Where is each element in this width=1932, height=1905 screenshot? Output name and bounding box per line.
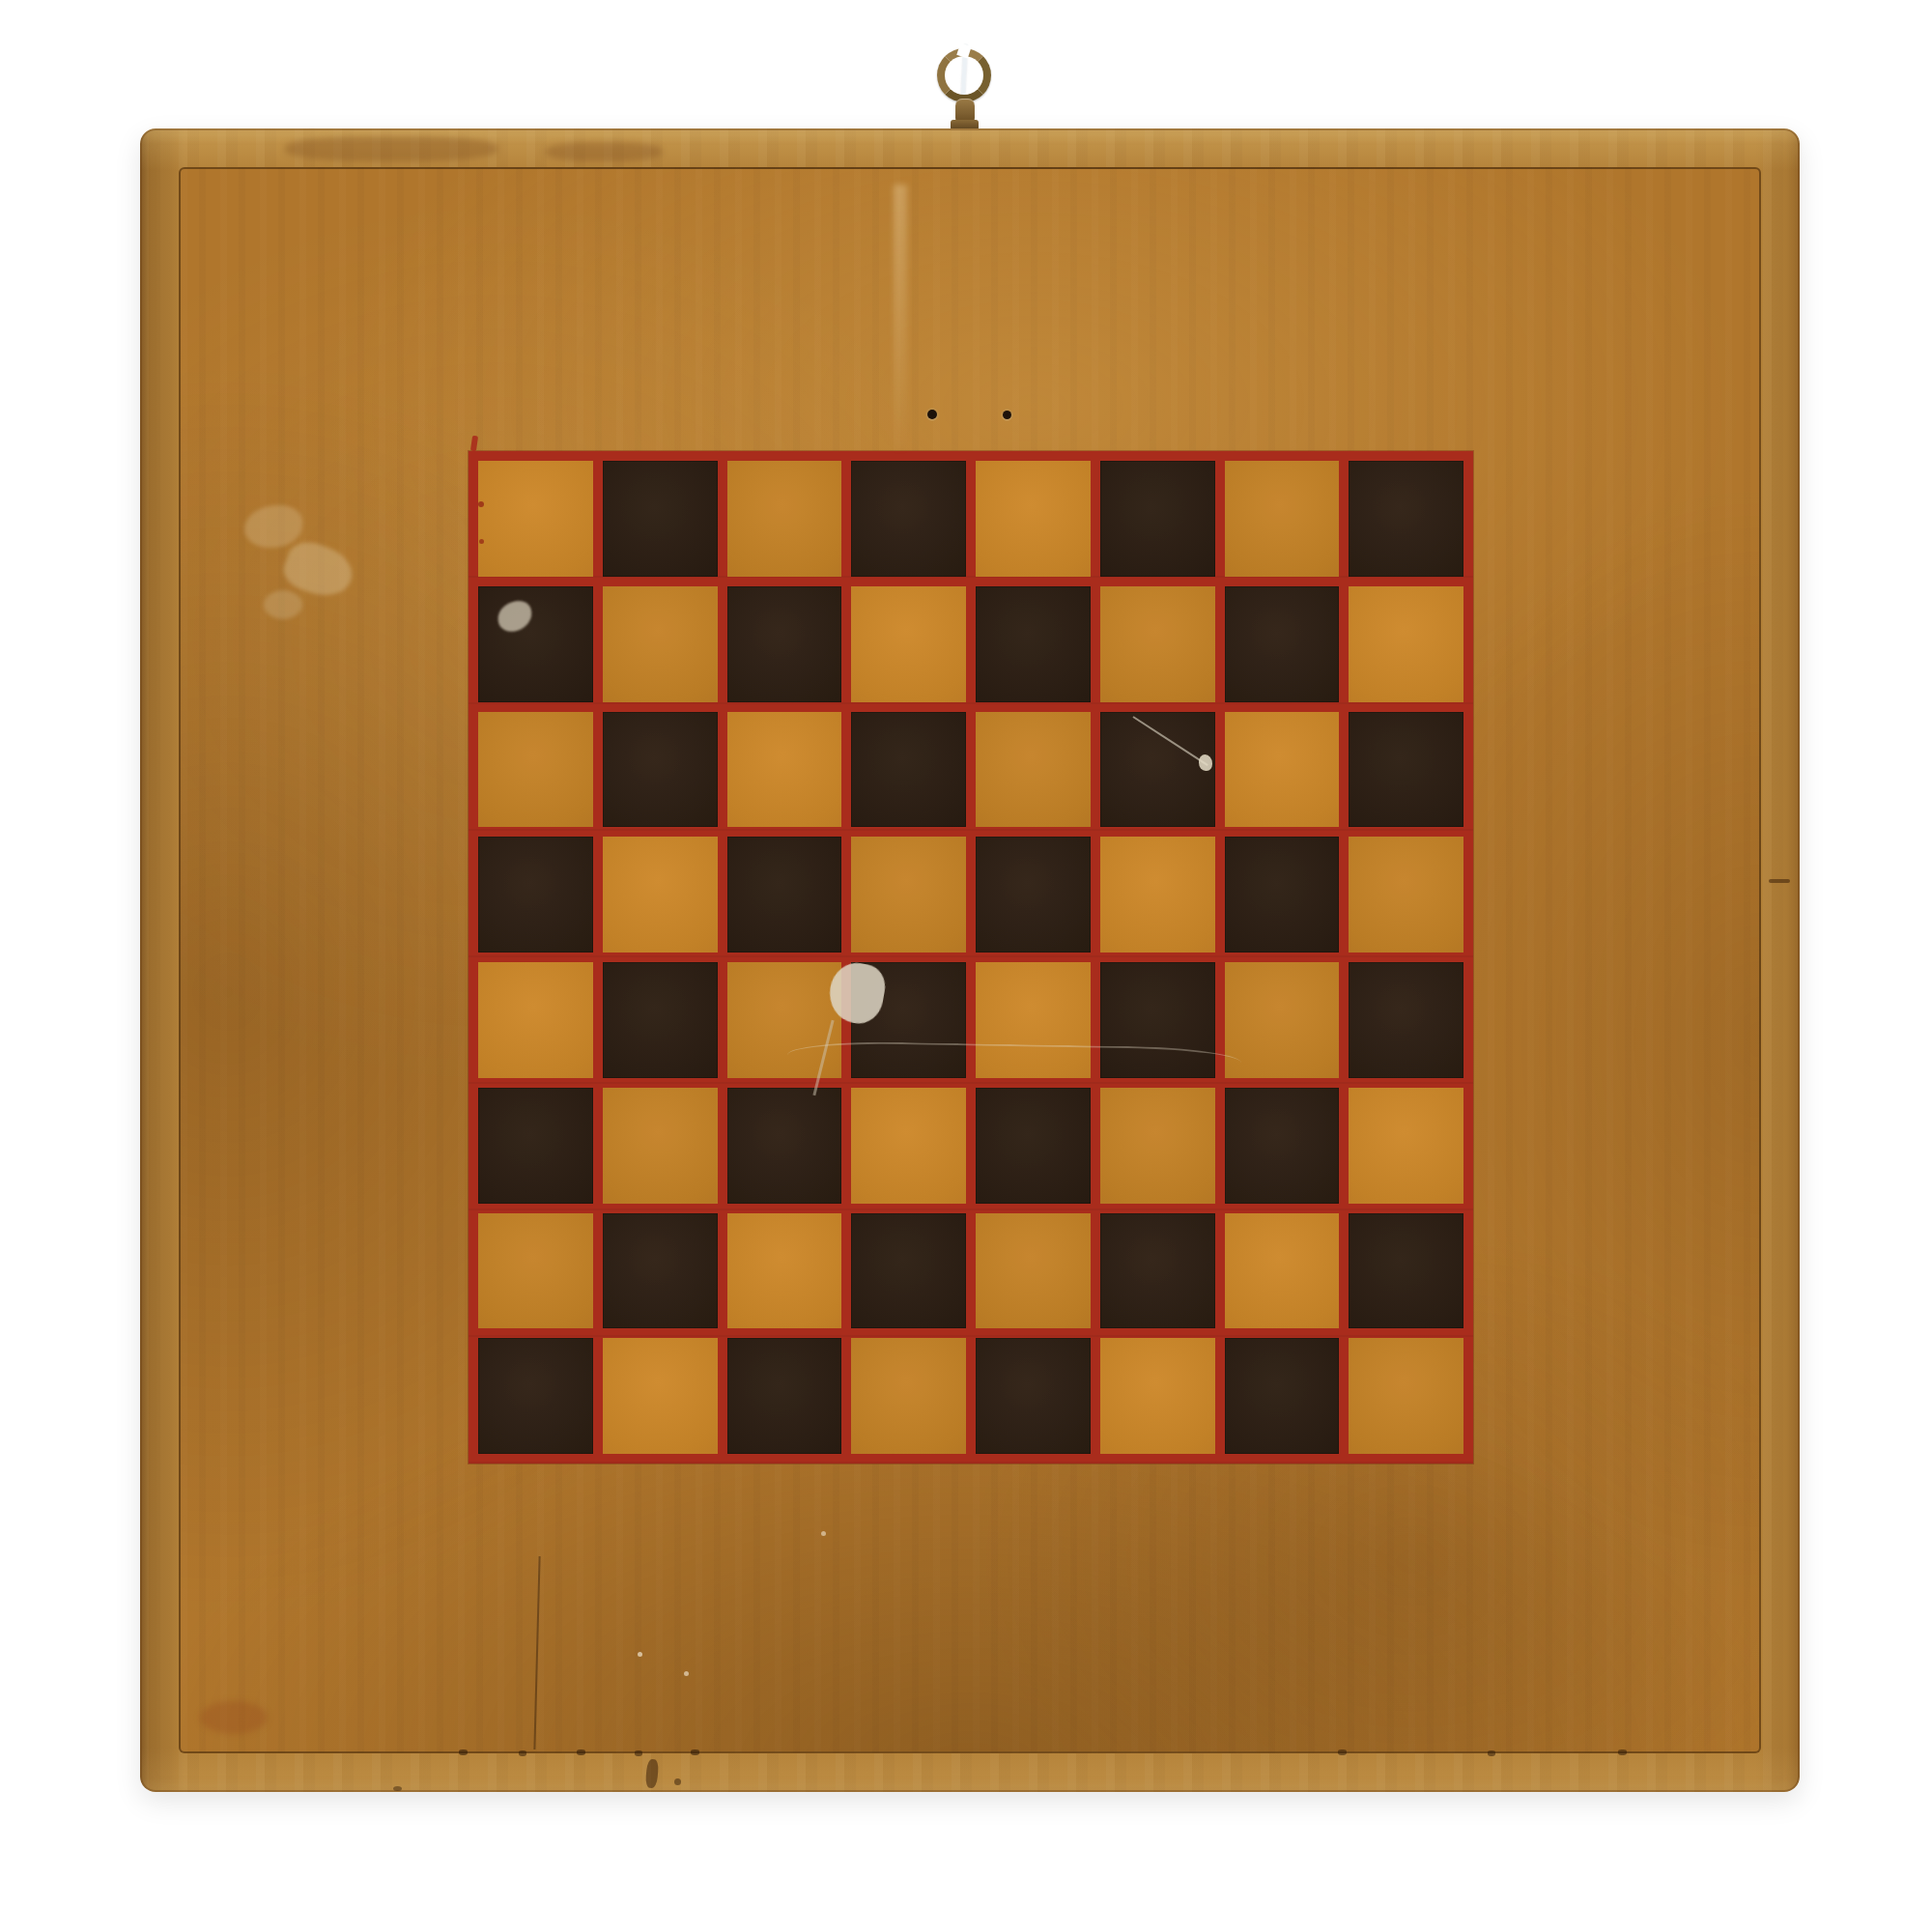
square-b1 xyxy=(603,1338,718,1454)
square-h3 xyxy=(1349,1088,1463,1204)
square-a4 xyxy=(478,962,593,1078)
square-f2 xyxy=(1100,1213,1215,1329)
square-h7 xyxy=(1349,586,1463,702)
square-c8 xyxy=(727,461,842,577)
square-a7 xyxy=(478,586,593,702)
square-h4 xyxy=(1349,962,1463,1078)
square-g4 xyxy=(1225,962,1340,1078)
square-d3 xyxy=(851,1088,966,1204)
square-d7 xyxy=(851,586,966,702)
square-b5 xyxy=(603,837,718,952)
frame-wear xyxy=(546,142,662,161)
square-b7 xyxy=(603,586,718,702)
square-h5 xyxy=(1349,837,1463,952)
square-a3 xyxy=(478,1088,593,1204)
checkerboard xyxy=(469,451,1473,1464)
square-b4 xyxy=(603,962,718,1078)
frame-blemish xyxy=(674,1778,681,1785)
square-c6 xyxy=(727,712,842,828)
square-h6 xyxy=(1349,712,1463,828)
frame-blemish xyxy=(393,1786,402,1791)
square-c5 xyxy=(727,837,842,952)
square-c3 xyxy=(727,1088,842,1204)
hanging-ring xyxy=(929,46,999,133)
square-c4 xyxy=(727,962,842,1078)
square-g7 xyxy=(1225,586,1340,702)
square-h1 xyxy=(1349,1338,1463,1454)
square-h2 xyxy=(1349,1213,1463,1329)
ring-mount xyxy=(955,99,975,122)
frame-wear xyxy=(285,136,497,161)
square-a1 xyxy=(478,1338,593,1454)
square-c1 xyxy=(727,1338,842,1454)
square-b6 xyxy=(603,712,718,828)
square-g6 xyxy=(1225,712,1340,828)
square-e6 xyxy=(976,712,1091,828)
square-f7 xyxy=(1100,586,1215,702)
square-c2 xyxy=(727,1213,842,1329)
square-g3 xyxy=(1225,1088,1340,1204)
white-wall-background xyxy=(0,0,1932,1905)
square-d1 xyxy=(851,1338,966,1454)
square-a6 xyxy=(478,712,593,828)
square-f4 xyxy=(1100,962,1215,1078)
square-g2 xyxy=(1225,1213,1340,1329)
square-d6 xyxy=(851,712,966,828)
square-f3 xyxy=(1100,1088,1215,1204)
square-f1 xyxy=(1100,1338,1215,1454)
square-a8 xyxy=(478,461,593,577)
square-b3 xyxy=(603,1088,718,1204)
square-c7 xyxy=(727,586,842,702)
square-d2 xyxy=(851,1213,966,1329)
frame-blemish xyxy=(645,1759,660,1789)
square-d4 xyxy=(851,962,966,1078)
square-f5 xyxy=(1100,837,1215,952)
square-e7 xyxy=(976,586,1091,702)
square-g1 xyxy=(1225,1338,1340,1454)
square-f6 xyxy=(1100,712,1215,828)
square-g8 xyxy=(1225,461,1340,577)
square-e5 xyxy=(976,837,1091,952)
square-b2 xyxy=(603,1213,718,1329)
square-d8 xyxy=(851,461,966,577)
square-e3 xyxy=(976,1088,1091,1204)
frame-scratch xyxy=(1769,879,1790,883)
square-e1 xyxy=(976,1338,1091,1454)
square-a2 xyxy=(478,1213,593,1329)
square-g5 xyxy=(1225,837,1340,952)
square-d5 xyxy=(851,837,966,952)
square-a5 xyxy=(478,837,593,952)
square-f8 xyxy=(1100,461,1215,577)
square-e2 xyxy=(976,1213,1091,1329)
square-e8 xyxy=(976,461,1091,577)
game-board xyxy=(140,128,1800,1792)
square-h8 xyxy=(1349,461,1463,577)
square-e4 xyxy=(976,962,1091,1078)
square-b8 xyxy=(603,461,718,577)
